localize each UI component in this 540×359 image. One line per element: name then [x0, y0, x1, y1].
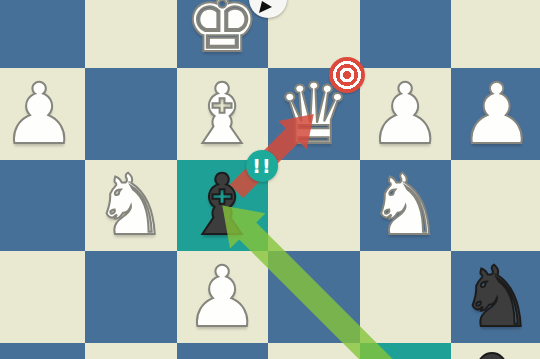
square-r4c2[interactable]	[177, 343, 269, 359]
square-r2c3[interactable]	[268, 160, 360, 252]
square-r0c1[interactable]	[85, 0, 177, 68]
square-r3c2[interactable]: ♟	[177, 251, 269, 343]
cursor-arrow-icon	[257, 0, 275, 15]
chess-board-viewport: ♚♟♝♛♟♟♞♝♞♟♞ !!	[0, 0, 540, 359]
square-r2c5[interactable]	[451, 160, 540, 252]
square-r1c4[interactable]: ♟	[360, 68, 452, 160]
square-r4c0[interactable]	[0, 343, 85, 359]
square-r3c5[interactable]: ♞	[451, 251, 540, 343]
square-r3c4[interactable]	[360, 251, 452, 343]
square-r3c0[interactable]	[0, 251, 85, 343]
brilliant-move-label: !!	[252, 155, 271, 177]
square-r1c0[interactable]: ♟	[0, 68, 85, 160]
square-r3c1[interactable]	[85, 251, 177, 343]
square-r0c5[interactable]	[451, 0, 540, 68]
white-knight[interactable]: ♞	[368, 163, 443, 247]
white-pawn[interactable]: ♟	[185, 255, 260, 339]
black-knight[interactable]: ♞	[459, 255, 534, 339]
square-r4c3[interactable]	[268, 343, 360, 359]
square-r0c0[interactable]	[0, 0, 85, 68]
target-icon	[329, 57, 365, 93]
square-r2c0[interactable]	[0, 160, 85, 252]
white-pawn[interactable]: ♟	[2, 72, 77, 156]
brilliant-move-badge: !!	[246, 150, 278, 182]
square-r1c5[interactable]: ♟	[451, 68, 540, 160]
square-r2c4[interactable]: ♞	[360, 160, 452, 252]
white-pawn[interactable]: ♟	[368, 72, 443, 156]
square-r1c2[interactable]: ♝	[177, 68, 269, 160]
square-r2c1[interactable]: ♞	[85, 160, 177, 252]
white-bishop[interactable]: ♝	[185, 72, 260, 156]
white-pawn[interactable]: ♟	[459, 72, 534, 156]
square-r4c4[interactable]	[360, 343, 452, 359]
white-knight[interactable]: ♞	[93, 163, 168, 247]
square-r3c3[interactable]	[268, 251, 360, 343]
square-r1c1[interactable]	[85, 68, 177, 160]
square-r4c1[interactable]	[85, 343, 177, 359]
square-r0c4[interactable]	[360, 0, 452, 68]
white-king[interactable]: ♚	[185, 0, 260, 64]
